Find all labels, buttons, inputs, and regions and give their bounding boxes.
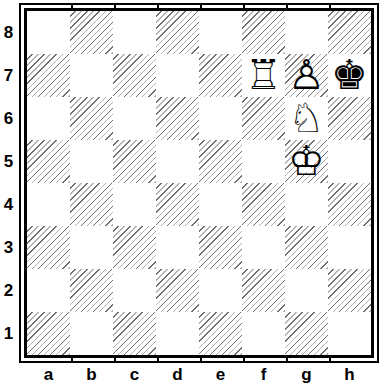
square-a3[interactable] — [27, 226, 70, 269]
piece-fill: ♟ — [285, 54, 328, 97]
square-g8[interactable] — [285, 11, 328, 54]
frame-tick — [157, 356, 159, 363]
file-label-g: g — [285, 363, 328, 387]
piece-fill: ♞ — [285, 97, 328, 140]
file-label-d: d — [156, 363, 199, 387]
rank-label-3: 3 — [0, 226, 17, 269]
piece-white-rook[interactable]: ♖ — [242, 54, 285, 97]
square-d8[interactable] — [156, 11, 199, 54]
square-h2[interactable] — [328, 269, 371, 312]
square-g5[interactable]: ♚♔ — [285, 140, 328, 183]
square-f8[interactable] — [242, 11, 285, 54]
square-a2[interactable] — [27, 269, 70, 312]
square-d4[interactable] — [156, 183, 199, 226]
frame-tick — [329, 3, 331, 10]
frame-tick — [286, 356, 288, 363]
square-h8[interactable] — [328, 11, 371, 54]
square-b8[interactable] — [70, 11, 113, 54]
piece-white-pawn[interactable]: ♙ — [285, 54, 328, 97]
frame-tick — [243, 356, 245, 363]
file-label-f: f — [242, 363, 285, 387]
frame-tick — [286, 3, 288, 10]
square-d3[interactable] — [156, 226, 199, 269]
frame-tick — [200, 356, 202, 363]
square-c2[interactable] — [113, 269, 156, 312]
square-a4[interactable] — [27, 183, 70, 226]
frame-tick — [114, 3, 116, 10]
square-f2[interactable] — [242, 269, 285, 312]
square-h6[interactable] — [328, 97, 371, 140]
frame-tick — [71, 356, 73, 363]
square-d2[interactable] — [156, 269, 199, 312]
square-a6[interactable] — [27, 97, 70, 140]
square-c3[interactable] — [113, 226, 156, 269]
square-e1[interactable] — [199, 312, 242, 355]
square-c6[interactable] — [113, 97, 156, 140]
piece-fill: ♚ — [285, 140, 328, 183]
file-label-b: b — [70, 363, 113, 387]
piece-white-knight[interactable]: ♘ — [285, 97, 328, 140]
square-b4[interactable] — [70, 183, 113, 226]
rank-label-4: 4 — [0, 183, 17, 226]
frame-tick — [243, 3, 245, 10]
frame-tick — [71, 3, 73, 10]
square-a8[interactable] — [27, 11, 70, 54]
square-c8[interactable] — [113, 11, 156, 54]
rank-label-5: 5 — [0, 140, 17, 183]
square-c5[interactable] — [113, 140, 156, 183]
rank-label-2: 2 — [0, 269, 17, 312]
rank-label-1: 1 — [0, 312, 17, 355]
square-h5[interactable] — [328, 140, 371, 183]
square-b6[interactable] — [70, 97, 113, 140]
square-g6[interactable]: ♞♘ — [285, 97, 328, 140]
square-e6[interactable] — [199, 97, 242, 140]
square-g2[interactable] — [285, 269, 328, 312]
square-g1[interactable] — [285, 312, 328, 355]
square-g4[interactable] — [285, 183, 328, 226]
square-e8[interactable] — [199, 11, 242, 54]
file-label-e: e — [199, 363, 242, 387]
rank-label-8: 8 — [0, 11, 17, 54]
board-frame: ♜♖♟♙♚♞♘♚♔ — [19, 3, 379, 363]
square-b2[interactable] — [70, 269, 113, 312]
piece-fill: ♜ — [242, 54, 285, 97]
file-label-c: c — [113, 363, 156, 387]
square-f5[interactable] — [242, 140, 285, 183]
file-label-a: a — [27, 363, 70, 387]
square-e3[interactable] — [199, 226, 242, 269]
rank-label-7: 7 — [0, 54, 17, 97]
square-b5[interactable] — [70, 140, 113, 183]
square-d6[interactable] — [156, 97, 199, 140]
square-f3[interactable] — [242, 226, 285, 269]
square-a7[interactable] — [27, 54, 70, 97]
square-e7[interactable] — [199, 54, 242, 97]
frame-tick — [329, 356, 331, 363]
square-h3[interactable] — [328, 226, 371, 269]
square-d7[interactable] — [156, 54, 199, 97]
square-b7[interactable] — [70, 54, 113, 97]
square-g3[interactable] — [285, 226, 328, 269]
chess-diagram: 87654321 ♜♖♟♙♚♞♘♚♔ abcdefgh — [0, 0, 383, 387]
file-label-h: h — [328, 363, 371, 387]
rank-label-6: 6 — [0, 97, 17, 140]
square-f6[interactable] — [242, 97, 285, 140]
chess-board: ♜♖♟♙♚♞♘♚♔ — [27, 11, 371, 355]
square-e2[interactable] — [199, 269, 242, 312]
square-c7[interactable] — [113, 54, 156, 97]
square-h1[interactable] — [328, 312, 371, 355]
square-h7[interactable]: ♚ — [328, 54, 371, 97]
square-c1[interactable] — [113, 312, 156, 355]
square-d5[interactable] — [156, 140, 199, 183]
frame-tick — [114, 356, 116, 363]
frame-tick — [157, 3, 159, 10]
square-c4[interactable] — [113, 183, 156, 226]
square-a5[interactable] — [27, 140, 70, 183]
square-b1[interactable] — [70, 312, 113, 355]
square-e5[interactable] — [199, 140, 242, 183]
square-f4[interactable] — [242, 183, 285, 226]
piece-white-king[interactable]: ♔ — [285, 140, 328, 183]
square-d1[interactable] — [156, 312, 199, 355]
square-e4[interactable] — [199, 183, 242, 226]
square-g7[interactable]: ♟♙ — [285, 54, 328, 97]
board-border: ♜♖♟♙♚♞♘♚♔ — [24, 8, 374, 358]
piece-black-king[interactable]: ♚ — [328, 54, 371, 97]
square-h4[interactable] — [328, 183, 371, 226]
square-b3[interactable] — [70, 226, 113, 269]
frame-tick — [200, 3, 202, 10]
square-f7[interactable]: ♜♖ — [242, 54, 285, 97]
square-f1[interactable] — [242, 312, 285, 355]
square-a1[interactable] — [27, 312, 70, 355]
